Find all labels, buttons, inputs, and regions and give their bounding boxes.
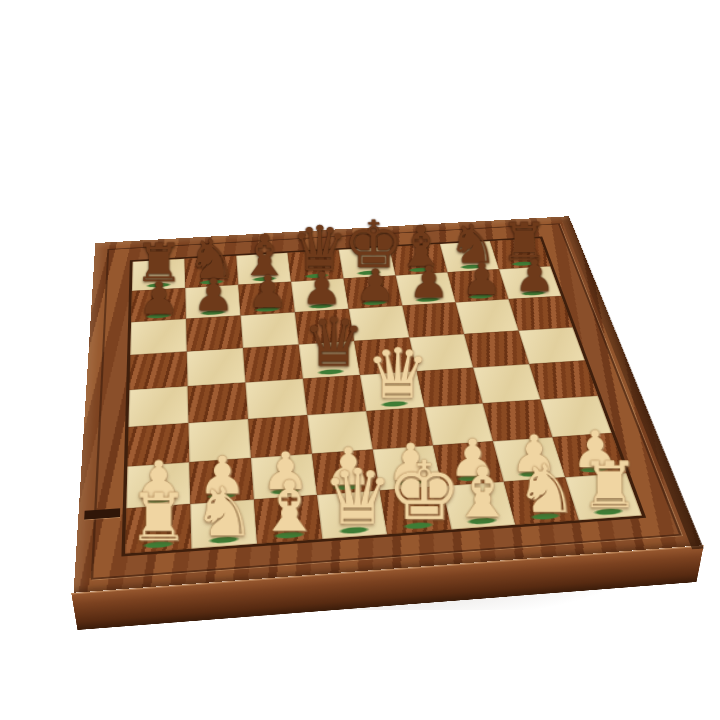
square-c6: [241, 312, 299, 348]
square-e4: ♛: [360, 371, 425, 411]
board-frame: ♜♞♝♛♚♝♞♜♟♟♟♟♟♟♟♟♛♛♟♟♟♟♟♟♟♟♜♞♝♛♚♝♞♜: [74, 216, 702, 592]
square-b7: ♟: [185, 285, 240, 319]
white-queen-d1: ♛: [322, 460, 387, 537]
black-pawn-h7: ♟: [508, 254, 562, 298]
square-h6: [509, 296, 573, 331]
square-a7: ♟: [131, 288, 186, 322]
chess-board: ♜♞♝♛♚♝♞♜♟♟♟♟♟♟♟♟♛♛♟♟♟♟♟♟♟♟♜♞♝♛♚♝♞♜: [74, 216, 702, 592]
black-queen-d5: ♛: [303, 310, 360, 377]
white-knight-g1: ♞: [514, 455, 579, 522]
square-h4: [529, 360, 598, 399]
product-photo-scene: ♜♞♝♛♚♝♞♜♟♟♟♟♟♟♟♟♛♛♟♟♟♟♟♟♟♟♜♞♝♛♚♝♞♜: [0, 0, 720, 720]
square-a1: ♜: [125, 504, 191, 554]
black-pawn-e7: ♟: [348, 263, 402, 307]
square-b1: ♞: [190, 499, 257, 548]
square-a6: [130, 319, 186, 355]
square-f6: [402, 302, 464, 337]
square-c1: ♝: [254, 495, 322, 544]
frame-slot-notch: [84, 508, 120, 519]
black-pawn-f7: ♟: [402, 260, 456, 304]
square-c4: [245, 379, 307, 419]
square-c7: ♟: [238, 282, 294, 316]
white-knight-b1: ♞: [191, 478, 257, 546]
white-rook-h1: ♜: [577, 453, 641, 517]
square-g4: [473, 364, 540, 403]
square-c5: [243, 344, 303, 382]
white-queen-e4: ♛: [366, 340, 425, 409]
board-grid: ♜♞♝♛♚♝♞♜♟♟♟♟♟♟♟♟♛♛♟♟♟♟♟♟♟♟♜♞♝♛♚♝♞♜: [125, 238, 642, 553]
white-bishop-c1: ♝: [257, 471, 322, 541]
square-g6: [456, 299, 519, 334]
square-b6: [186, 315, 243, 351]
square-h5: [519, 327, 585, 364]
square-d4: [303, 375, 366, 415]
square-a5: [129, 351, 187, 389]
black-pawn-a7: ♟: [131, 276, 186, 321]
square-d1: ♛: [317, 491, 387, 540]
square-f7: ♟: [396, 272, 456, 305]
black-pawn-b7: ♟: [186, 272, 240, 317]
square-b4: [188, 382, 248, 423]
black-pawn-g7: ♟: [455, 257, 509, 301]
square-b5: [187, 348, 246, 386]
white-rook-a1: ♜: [125, 485, 191, 551]
square-a4: [128, 386, 188, 427]
white-king-e1: ♚: [386, 451, 451, 532]
square-g7: ♟: [448, 269, 509, 302]
black-pawn-c7: ♟: [240, 269, 294, 313]
square-d5: ♛: [299, 341, 360, 379]
